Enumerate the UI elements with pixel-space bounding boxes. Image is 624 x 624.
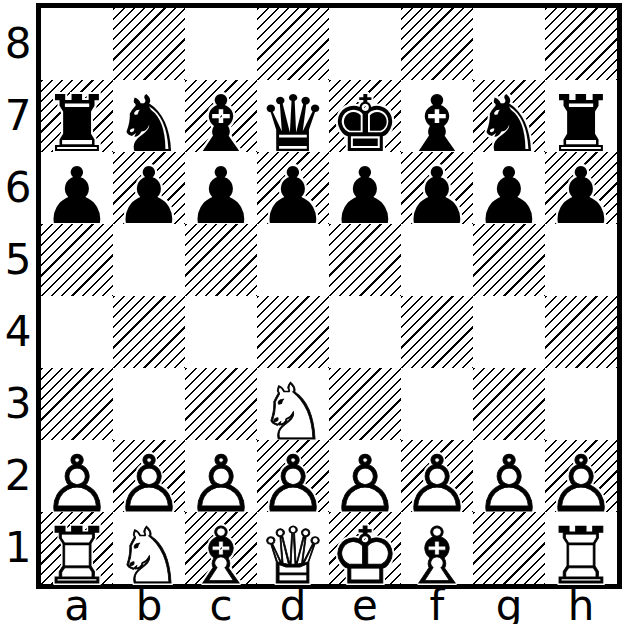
square-g8[interactable] xyxy=(473,8,545,80)
rank-label-4: 4 xyxy=(0,296,36,368)
file-label-h: h xyxy=(545,588,617,624)
white-rook[interactable]: ♖ xyxy=(545,512,617,584)
square-d5[interactable] xyxy=(257,224,329,296)
white-pawn[interactable]: ♙ xyxy=(257,440,329,512)
black-knight[interactable]: ♞ xyxy=(113,80,185,152)
white-pawn-fill: ♟ xyxy=(257,440,329,512)
square-g6[interactable]: ♟ xyxy=(473,152,545,224)
white-knight-fill: ♞ xyxy=(113,512,185,584)
square-f7[interactable]: ♝ xyxy=(401,80,473,152)
white-rook[interactable]: ♖ xyxy=(41,512,113,584)
white-knight[interactable]: ♘ xyxy=(257,368,329,440)
square-g7[interactable]: ♞ xyxy=(473,80,545,152)
square-a2[interactable]: ♟♙ xyxy=(41,440,113,512)
square-e4[interactable] xyxy=(329,296,401,368)
square-b5[interactable] xyxy=(113,224,185,296)
black-pawn[interactable]: ♟ xyxy=(185,152,257,224)
black-knight[interactable]: ♞ xyxy=(473,80,545,152)
square-e1[interactable]: ♚♔ xyxy=(329,512,401,584)
white-pawn-fill: ♟ xyxy=(41,440,113,512)
square-c2[interactable]: ♟♙ xyxy=(185,440,257,512)
square-d4[interactable] xyxy=(257,296,329,368)
chessboard: ♜♞♝♛♚♝♞♜♟♟♟♟♟♟♟♟♞♘♟♙♟♙♟♙♟♙♟♙♟♙♟♙♟♙♜♖♞♘♝♗… xyxy=(36,3,622,589)
black-pawn[interactable]: ♟ xyxy=(545,152,617,224)
chess-diagram: 8 7 6 5 4 3 2 1 ♜♞♝♛♚♝♞♜♟♟♟♟♟♟♟♟♞♘♟♙♟♙♟♙… xyxy=(0,0,624,624)
square-h7[interactable]: ♜ xyxy=(545,80,617,152)
white-king-fill: ♚ xyxy=(329,512,401,584)
file-label-b: b xyxy=(113,588,185,624)
square-a5[interactable] xyxy=(41,224,113,296)
white-bishop-fill: ♝ xyxy=(401,512,473,584)
square-b8[interactable] xyxy=(113,8,185,80)
black-pawn[interactable]: ♟ xyxy=(329,152,401,224)
square-h8[interactable] xyxy=(545,8,617,80)
square-b4[interactable] xyxy=(113,296,185,368)
square-b2[interactable]: ♟♙ xyxy=(113,440,185,512)
black-queen[interactable]: ♛ xyxy=(257,80,329,152)
white-pawn[interactable]: ♙ xyxy=(185,440,257,512)
white-bishop[interactable]: ♗ xyxy=(185,512,257,584)
square-c7[interactable]: ♝ xyxy=(185,80,257,152)
white-rook-fill: ♜ xyxy=(545,512,617,584)
white-knight-fill: ♞ xyxy=(257,368,329,440)
square-h4[interactable] xyxy=(545,296,617,368)
white-pawn[interactable]: ♙ xyxy=(473,440,545,512)
black-rook[interactable]: ♜ xyxy=(41,80,113,152)
square-d3[interactable]: ♞♘ xyxy=(257,368,329,440)
square-e8[interactable] xyxy=(329,8,401,80)
black-pawn[interactable]: ♟ xyxy=(473,152,545,224)
square-e7[interactable]: ♚ xyxy=(329,80,401,152)
square-h5[interactable] xyxy=(545,224,617,296)
rank-label-1: 1 xyxy=(0,512,36,584)
white-pawn[interactable]: ♙ xyxy=(329,440,401,512)
square-f5[interactable] xyxy=(401,224,473,296)
square-b6[interactable]: ♟ xyxy=(113,152,185,224)
square-f1[interactable]: ♝♗ xyxy=(401,512,473,584)
white-rook-fill: ♜ xyxy=(41,512,113,584)
square-b3[interactable] xyxy=(113,368,185,440)
file-label-f: f xyxy=(401,588,473,624)
white-bishop-fill: ♝ xyxy=(185,512,257,584)
square-c1[interactable]: ♝♗ xyxy=(185,512,257,584)
rank-labels: 8 7 6 5 4 3 2 1 xyxy=(0,8,36,584)
white-knight[interactable]: ♘ xyxy=(113,512,185,584)
square-f4[interactable] xyxy=(401,296,473,368)
square-a1[interactable]: ♜♖ xyxy=(41,512,113,584)
square-c8[interactable] xyxy=(185,8,257,80)
square-f2[interactable]: ♟♙ xyxy=(401,440,473,512)
file-label-g: g xyxy=(473,588,545,624)
white-pawn[interactable]: ♙ xyxy=(401,440,473,512)
black-pawn[interactable]: ♟ xyxy=(257,152,329,224)
white-pawn-fill: ♟ xyxy=(545,440,617,512)
square-g1[interactable] xyxy=(473,512,545,584)
white-queen[interactable]: ♕ xyxy=(257,512,329,584)
rank-label-7: 7 xyxy=(0,80,36,152)
file-labels: a b c d e f g h xyxy=(41,588,617,624)
square-c6[interactable]: ♟ xyxy=(185,152,257,224)
square-g3[interactable] xyxy=(473,368,545,440)
white-king[interactable]: ♔ xyxy=(329,512,401,584)
square-a7[interactable]: ♜ xyxy=(41,80,113,152)
rank-label-8: 8 xyxy=(0,8,36,80)
square-b1[interactable]: ♞♘ xyxy=(113,512,185,584)
square-f3[interactable] xyxy=(401,368,473,440)
square-b7[interactable]: ♞ xyxy=(113,80,185,152)
square-f6[interactable]: ♟ xyxy=(401,152,473,224)
black-bishop[interactable]: ♝ xyxy=(185,80,257,152)
square-e6[interactable]: ♟ xyxy=(329,152,401,224)
file-label-a: a xyxy=(41,588,113,624)
white-bishop[interactable]: ♗ xyxy=(401,512,473,584)
square-g4[interactable] xyxy=(473,296,545,368)
square-d7[interactable]: ♛ xyxy=(257,80,329,152)
rank-label-6: 6 xyxy=(0,152,36,224)
square-e5[interactable] xyxy=(329,224,401,296)
black-pawn[interactable]: ♟ xyxy=(113,152,185,224)
black-rook[interactable]: ♜ xyxy=(545,80,617,152)
square-a3[interactable] xyxy=(41,368,113,440)
square-g5[interactable] xyxy=(473,224,545,296)
square-a8[interactable] xyxy=(41,8,113,80)
square-a4[interactable] xyxy=(41,296,113,368)
rank-label-2: 2 xyxy=(0,440,36,512)
square-h3[interactable] xyxy=(545,368,617,440)
rank-label-5: 5 xyxy=(0,224,36,296)
square-g2[interactable]: ♟♙ xyxy=(473,440,545,512)
file-label-d: d xyxy=(257,588,329,624)
square-e2[interactable]: ♟♙ xyxy=(329,440,401,512)
white-pawn-fill: ♟ xyxy=(185,440,257,512)
white-pawn-fill: ♟ xyxy=(473,440,545,512)
square-a6[interactable]: ♟ xyxy=(41,152,113,224)
white-pawn[interactable]: ♙ xyxy=(545,440,617,512)
file-label-c: c xyxy=(185,588,257,624)
black-pawn[interactable]: ♟ xyxy=(41,152,113,224)
square-h1[interactable]: ♜♖ xyxy=(545,512,617,584)
square-c4[interactable] xyxy=(185,296,257,368)
square-c5[interactable] xyxy=(185,224,257,296)
square-d6[interactable]: ♟ xyxy=(257,152,329,224)
square-c3[interactable] xyxy=(185,368,257,440)
white-pawn-fill: ♟ xyxy=(329,440,401,512)
file-label-e: e xyxy=(329,588,401,624)
square-h2[interactable]: ♟♙ xyxy=(545,440,617,512)
square-f8[interactable] xyxy=(401,8,473,80)
rank-label-3: 3 xyxy=(0,368,36,440)
black-pawn[interactable]: ♟ xyxy=(401,152,473,224)
square-e3[interactable] xyxy=(329,368,401,440)
white-pawn-fill: ♟ xyxy=(113,440,185,512)
square-d2[interactable]: ♟♙ xyxy=(257,440,329,512)
white-queen-fill: ♛ xyxy=(257,512,329,584)
white-pawn[interactable]: ♙ xyxy=(41,440,113,512)
square-h6[interactable]: ♟ xyxy=(545,152,617,224)
black-bishop[interactable]: ♝ xyxy=(401,80,473,152)
white-pawn[interactable]: ♙ xyxy=(113,440,185,512)
square-d1[interactable]: ♛♕ xyxy=(257,512,329,584)
square-d8[interactable] xyxy=(257,8,329,80)
white-pawn-fill: ♟ xyxy=(401,440,473,512)
black-king[interactable]: ♚ xyxy=(329,80,401,152)
